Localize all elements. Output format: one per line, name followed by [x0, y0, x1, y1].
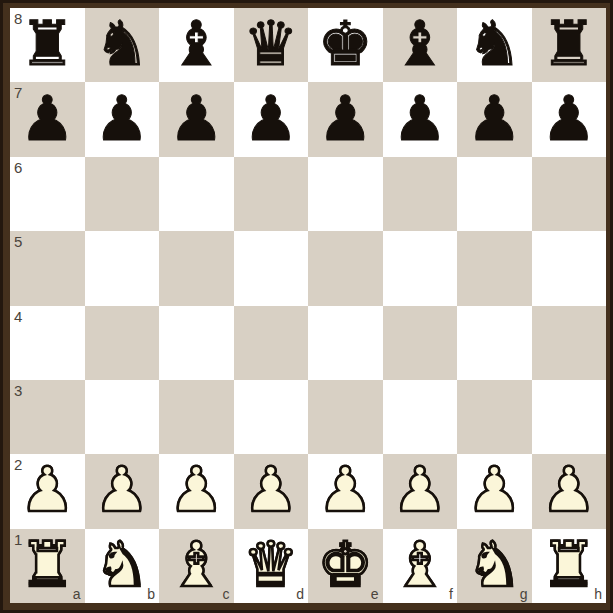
piece-white-knight[interactable]: ♞	[466, 534, 522, 596]
square-b7[interactable]: ♟	[85, 82, 160, 156]
square-a6[interactable]: 6	[10, 157, 85, 231]
rank-label-4: 4	[14, 308, 22, 325]
rank-label-3: 3	[14, 382, 22, 399]
square-f6[interactable]	[383, 157, 458, 231]
square-c3[interactable]	[159, 380, 234, 454]
square-e3[interactable]	[308, 380, 383, 454]
piece-white-bishop[interactable]: ♝	[168, 534, 224, 596]
rank-label-6: 6	[14, 159, 22, 176]
square-c4[interactable]	[159, 306, 234, 380]
board-frame: 8♜♞♝♛♚♝♞♜7♟♟♟♟♟♟♟♟65432♟♟♟♟♟♟♟♟1a♜b♞c♝d♛…	[0, 0, 613, 613]
square-f4[interactable]	[383, 306, 458, 380]
square-h1[interactable]: h♜	[532, 529, 607, 603]
square-b8[interactable]: ♞	[85, 8, 160, 82]
square-d4[interactable]	[234, 306, 309, 380]
square-a4[interactable]: 4	[10, 306, 85, 380]
piece-black-bishop[interactable]: ♝	[392, 13, 448, 75]
piece-black-rook[interactable]: ♜	[19, 13, 75, 75]
square-c7[interactable]: ♟	[159, 82, 234, 156]
square-h5[interactable]	[532, 231, 607, 305]
piece-black-pawn[interactable]: ♟	[243, 88, 299, 150]
square-a5[interactable]: 5	[10, 231, 85, 305]
square-d8[interactable]: ♛	[234, 8, 309, 82]
rank-label-5: 5	[14, 233, 22, 250]
piece-black-bishop[interactable]: ♝	[168, 13, 224, 75]
piece-white-pawn[interactable]: ♟	[168, 459, 224, 521]
square-g8[interactable]: ♞	[457, 8, 532, 82]
piece-black-queen[interactable]: ♛	[243, 13, 299, 75]
piece-black-pawn[interactable]: ♟	[168, 88, 224, 150]
square-f1[interactable]: f♝	[383, 529, 458, 603]
square-b6[interactable]	[85, 157, 160, 231]
piece-white-rook[interactable]: ♜	[19, 534, 75, 596]
square-c8[interactable]: ♝	[159, 8, 234, 82]
square-g6[interactable]	[457, 157, 532, 231]
square-d1[interactable]: d♛	[234, 529, 309, 603]
piece-black-pawn[interactable]: ♟	[392, 88, 448, 150]
square-f7[interactable]: ♟	[383, 82, 458, 156]
piece-white-pawn[interactable]: ♟	[317, 459, 373, 521]
square-h6[interactable]	[532, 157, 607, 231]
square-b1[interactable]: b♞	[85, 529, 160, 603]
square-e6[interactable]	[308, 157, 383, 231]
square-h7[interactable]: ♟	[532, 82, 607, 156]
piece-white-knight[interactable]: ♞	[94, 534, 150, 596]
piece-white-bishop[interactable]: ♝	[392, 534, 448, 596]
square-c5[interactable]	[159, 231, 234, 305]
square-b2[interactable]: ♟	[85, 454, 160, 528]
square-f8[interactable]: ♝	[383, 8, 458, 82]
square-d5[interactable]	[234, 231, 309, 305]
square-a3[interactable]: 3	[10, 380, 85, 454]
piece-white-pawn[interactable]: ♟	[466, 459, 522, 521]
piece-white-pawn[interactable]: ♟	[243, 459, 299, 521]
square-e5[interactable]	[308, 231, 383, 305]
square-e2[interactable]: ♟	[308, 454, 383, 528]
file-label-f: f	[449, 586, 453, 602]
square-h3[interactable]	[532, 380, 607, 454]
square-c6[interactable]	[159, 157, 234, 231]
piece-white-pawn[interactable]: ♟	[19, 459, 75, 521]
square-a2[interactable]: 2♟	[10, 454, 85, 528]
square-c1[interactable]: c♝	[159, 529, 234, 603]
square-g5[interactable]	[457, 231, 532, 305]
piece-white-queen[interactable]: ♛	[243, 534, 299, 596]
square-e8[interactable]: ♚	[308, 8, 383, 82]
square-a8[interactable]: 8♜	[10, 8, 85, 82]
square-d2[interactable]: ♟	[234, 454, 309, 528]
piece-black-pawn[interactable]: ♟	[541, 88, 597, 150]
square-b5[interactable]	[85, 231, 160, 305]
piece-black-pawn[interactable]: ♟	[317, 88, 373, 150]
square-g2[interactable]: ♟	[457, 454, 532, 528]
square-f2[interactable]: ♟	[383, 454, 458, 528]
piece-white-king[interactable]: ♚	[317, 534, 373, 596]
square-h4[interactable]	[532, 306, 607, 380]
square-g1[interactable]: g♞	[457, 529, 532, 603]
piece-white-pawn[interactable]: ♟	[94, 459, 150, 521]
square-e4[interactable]	[308, 306, 383, 380]
square-d6[interactable]	[234, 157, 309, 231]
square-e7[interactable]: ♟	[308, 82, 383, 156]
square-f5[interactable]	[383, 231, 458, 305]
square-b4[interactable]	[85, 306, 160, 380]
chess-board: 8♜♞♝♛♚♝♞♜7♟♟♟♟♟♟♟♟65432♟♟♟♟♟♟♟♟1a♜b♞c♝d♛…	[10, 8, 606, 603]
piece-white-rook[interactable]: ♜	[541, 534, 597, 596]
square-g3[interactable]	[457, 380, 532, 454]
piece-white-pawn[interactable]: ♟	[541, 459, 597, 521]
square-f3[interactable]	[383, 380, 458, 454]
piece-black-knight[interactable]: ♞	[94, 13, 150, 75]
piece-black-pawn[interactable]: ♟	[466, 88, 522, 150]
square-d3[interactable]	[234, 380, 309, 454]
piece-black-king[interactable]: ♚	[317, 13, 373, 75]
square-a1[interactable]: 1a♜	[10, 529, 85, 603]
square-e1[interactable]: e♚	[308, 529, 383, 603]
piece-black-knight[interactable]: ♞	[466, 13, 522, 75]
square-a7[interactable]: 7♟	[10, 82, 85, 156]
square-b3[interactable]	[85, 380, 160, 454]
square-h8[interactable]: ♜	[532, 8, 607, 82]
piece-white-pawn[interactable]: ♟	[392, 459, 448, 521]
piece-black-pawn[interactable]: ♟	[94, 88, 150, 150]
square-h2[interactable]: ♟	[532, 454, 607, 528]
piece-black-rook[interactable]: ♜	[541, 13, 597, 75]
square-d7[interactable]: ♟	[234, 82, 309, 156]
piece-black-pawn[interactable]: ♟	[19, 88, 75, 150]
square-c2[interactable]: ♟	[159, 454, 234, 528]
square-g7[interactable]: ♟	[457, 82, 532, 156]
square-g4[interactable]	[457, 306, 532, 380]
